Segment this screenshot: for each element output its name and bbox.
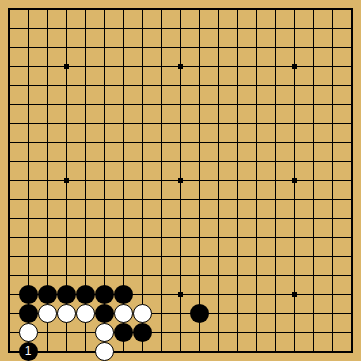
- black-stone: [95, 285, 114, 304]
- black-stone: [114, 285, 133, 304]
- black-stone: [95, 304, 114, 323]
- black-stone: [76, 285, 95, 304]
- hoshi-point: [178, 292, 183, 297]
- black-stone: [57, 285, 76, 304]
- white-stone: [95, 323, 114, 342]
- hoshi-point: [292, 178, 297, 183]
- intersections-grid: 1: [0, 0, 361, 361]
- hoshi-point: [64, 64, 69, 69]
- hoshi-point: [178, 178, 183, 183]
- white-stone: [19, 323, 38, 342]
- white-stone: [95, 342, 114, 361]
- black-stone: [133, 323, 152, 342]
- black-stone: [190, 304, 209, 323]
- go-board[interactable]: 1: [0, 0, 361, 361]
- black-stone: [19, 304, 38, 323]
- black-stone: 1: [19, 342, 38, 361]
- black-stone: [38, 285, 57, 304]
- white-stone: [38, 304, 57, 323]
- hoshi-point: [292, 292, 297, 297]
- white-stone: [114, 304, 133, 323]
- white-stone: [76, 304, 95, 323]
- hoshi-point: [178, 64, 183, 69]
- white-stone: [133, 304, 152, 323]
- hoshi-point: [64, 178, 69, 183]
- black-stone: [19, 285, 38, 304]
- move-number-label: 1: [25, 345, 32, 357]
- black-stone: [114, 323, 133, 342]
- white-stone: [57, 304, 76, 323]
- hoshi-point: [292, 64, 297, 69]
